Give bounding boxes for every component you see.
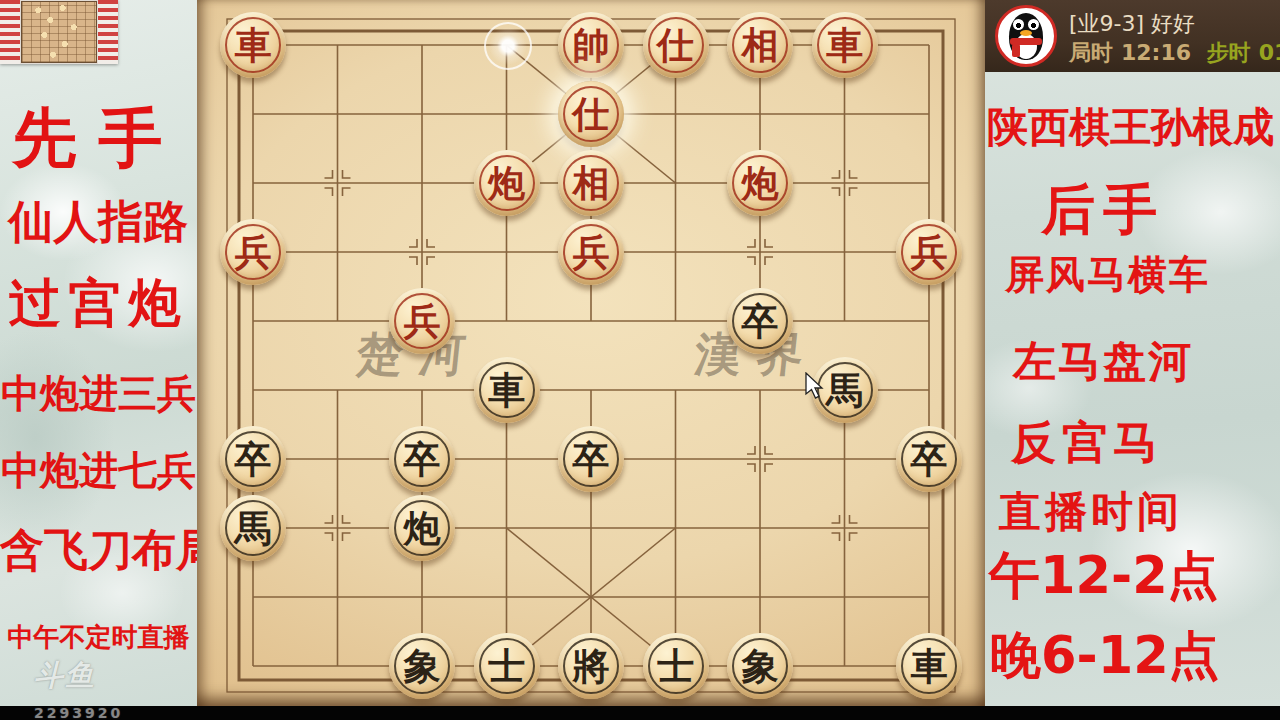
- pieces-layer: 車帥仕相車仕炮相炮兵兵兵兵卒車馬卒卒卒卒馬炮象士將士象車: [197, 0, 985, 706]
- app-screen: 先手 仙人指路 过宫炮 中炮进三兵 中炮进七兵 含飞刀布局 中午不定时直播 楚河…: [0, 0, 1280, 720]
- player-tag: [业9-3] 好好: [1069, 9, 1195, 39]
- left-line-first-move: 先手: [0, 104, 197, 171]
- piece-black-elephant[interactable]: 象: [389, 633, 455, 699]
- piece-red-advisor[interactable]: 仕: [558, 81, 624, 147]
- piece-glyph: 相: [573, 165, 610, 202]
- piece-black-advisor[interactable]: 士: [643, 633, 709, 699]
- piece-red-rook[interactable]: 車: [220, 12, 286, 78]
- piece-glyph: 帥: [573, 27, 610, 64]
- piece-glyph: 馬: [826, 372, 863, 409]
- piece-red-pawn[interactable]: 兵: [220, 219, 286, 285]
- piece-red-cannon[interactable]: 炮: [727, 150, 793, 216]
- left-line-opening-4: 中炮进七兵: [0, 451, 197, 492]
- piece-red-pawn[interactable]: 兵: [558, 219, 624, 285]
- thumbnail-text-right: [98, 0, 118, 64]
- piece-glyph: 兵: [235, 234, 272, 271]
- piece-glyph: 士: [488, 648, 525, 685]
- piece-glyph: 仕: [657, 27, 694, 64]
- piece-glyph: 車: [911, 648, 948, 685]
- piece-red-rook[interactable]: 車: [812, 12, 878, 78]
- thumbnail-text-left: [0, 0, 20, 64]
- right-line-opening-1: 屏风马横车: [985, 255, 1280, 296]
- piece-red-pawn[interactable]: 兵: [389, 288, 455, 354]
- right-line-opening-2: 左马盘河: [985, 339, 1280, 384]
- player-info-bar: [业9-3] 好好 局时12:16 步时01:30: [985, 0, 1280, 72]
- piece-glyph: 卒: [911, 441, 948, 478]
- piece-glyph: 炮: [742, 165, 779, 202]
- douyu-room-id: 2293920: [34, 705, 123, 720]
- move-time-label: 步时: [1207, 40, 1251, 65]
- piece-glyph: 卒: [404, 441, 441, 478]
- right-info-panel: [业9-3] 好好 局时12:16 步时01:30 陕西棋王孙根成 后手 屏风马…: [985, 0, 1280, 706]
- right-line-broadcast-noon: 午12-2点: [985, 549, 1280, 603]
- piece-red-elephant[interactable]: 相: [558, 150, 624, 216]
- piece-glyph: 象: [742, 648, 779, 685]
- promo-thumbnail: [0, 0, 118, 64]
- piece-glyph: 馬: [235, 510, 272, 547]
- thumbnail-mini-board: [21, 1, 97, 63]
- piece-black-pawn[interactable]: 卒: [558, 426, 624, 492]
- piece-red-pawn[interactable]: 兵: [896, 219, 962, 285]
- left-line-opening-2: 过宫炮: [0, 276, 197, 331]
- piece-glyph: 炮: [488, 165, 525, 202]
- piece-glyph: 兵: [573, 234, 610, 271]
- piece-red-advisor[interactable]: 仕: [643, 12, 709, 78]
- piece-glyph: 仕: [573, 96, 610, 133]
- left-line-opening-3: 中炮进三兵: [0, 374, 197, 415]
- piece-red-cannon[interactable]: 炮: [474, 150, 540, 216]
- piece-black-horse[interactable]: 馬: [220, 495, 286, 561]
- game-time-label: 局时: [1069, 40, 1113, 65]
- piece-glyph: 兵: [911, 234, 948, 271]
- piece-glyph: 士: [657, 648, 694, 685]
- piece-glyph: 卒: [235, 441, 272, 478]
- game-time-value: 12:16: [1121, 40, 1191, 65]
- penguin-beak: [1020, 30, 1032, 36]
- right-line-broadcast-night: 晚6-12点: [985, 629, 1280, 683]
- penguin-scarf: [1010, 38, 1042, 45]
- left-line-opening-1: 仙人指路: [0, 198, 197, 245]
- left-line-opening-5: 含飞刀布局: [0, 527, 197, 573]
- piece-red-general[interactable]: 帥: [558, 12, 624, 78]
- piece-black-pawn[interactable]: 卒: [220, 426, 286, 492]
- piece-glyph: 車: [235, 27, 272, 64]
- move-time-value: 01:30: [1259, 40, 1280, 65]
- piece-black-pawn[interactable]: 卒: [727, 288, 793, 354]
- left-line-schedule-note: 中午不定时直播: [0, 624, 197, 651]
- letterbox-bar: [0, 706, 1280, 720]
- piece-glyph: 炮: [404, 510, 441, 547]
- piece-glyph: 車: [826, 27, 863, 64]
- piece-black-pawn[interactable]: 卒: [389, 426, 455, 492]
- mouse-cursor: [805, 372, 827, 402]
- right-line-opening-3: 反宫马: [985, 419, 1280, 466]
- piece-black-advisor[interactable]: 士: [474, 633, 540, 699]
- piece-glyph: 車: [488, 372, 525, 409]
- douyu-watermark: 斗鱼 2293920: [34, 656, 123, 720]
- left-info-panel: 先手 仙人指路 过宫炮 中炮进三兵 中炮进七兵 含飞刀布局 中午不定时直播: [0, 0, 197, 706]
- penguin-eyes: [1013, 19, 1039, 30]
- douyu-logo: 斗鱼: [34, 656, 123, 696]
- right-line-second-move: 后手: [985, 182, 1280, 239]
- piece-red-elephant[interactable]: 相: [727, 12, 793, 78]
- xiangqi-board[interactable]: 楚河 漢界 車帥仕相車仕炮相炮兵兵兵兵卒車馬卒卒卒卒馬炮象士將士象車: [197, 0, 985, 706]
- piece-glyph: 將: [573, 648, 610, 685]
- piece-black-general[interactable]: 將: [558, 633, 624, 699]
- piece-glyph: 兵: [404, 303, 441, 340]
- piece-black-rook[interactable]: 車: [474, 357, 540, 423]
- right-line-player-name: 陕西棋王孙根成: [985, 106, 1280, 149]
- piece-black-cannon[interactable]: 炮: [389, 495, 455, 561]
- piece-black-elephant[interactable]: 象: [727, 633, 793, 699]
- timers: 局时12:16 步时01:30: [1069, 38, 1280, 68]
- right-line-broadcast-title: 直播时间: [985, 490, 1280, 534]
- piece-glyph: 卒: [573, 441, 610, 478]
- piece-black-pawn[interactable]: 卒: [896, 426, 962, 492]
- qq-avatar-icon: [995, 5, 1057, 67]
- piece-glyph: 象: [404, 648, 441, 685]
- piece-black-rook[interactable]: 車: [896, 633, 962, 699]
- piece-glyph: 卒: [742, 303, 779, 340]
- piece-glyph: 相: [742, 27, 779, 64]
